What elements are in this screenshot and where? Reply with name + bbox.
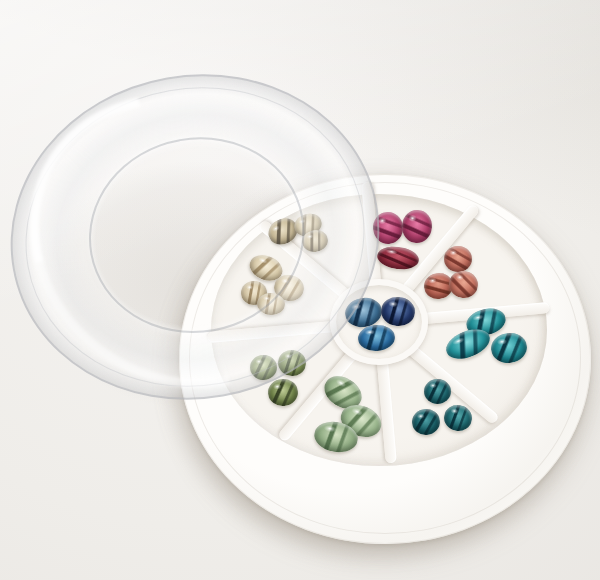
photo-background [0, 0, 600, 580]
